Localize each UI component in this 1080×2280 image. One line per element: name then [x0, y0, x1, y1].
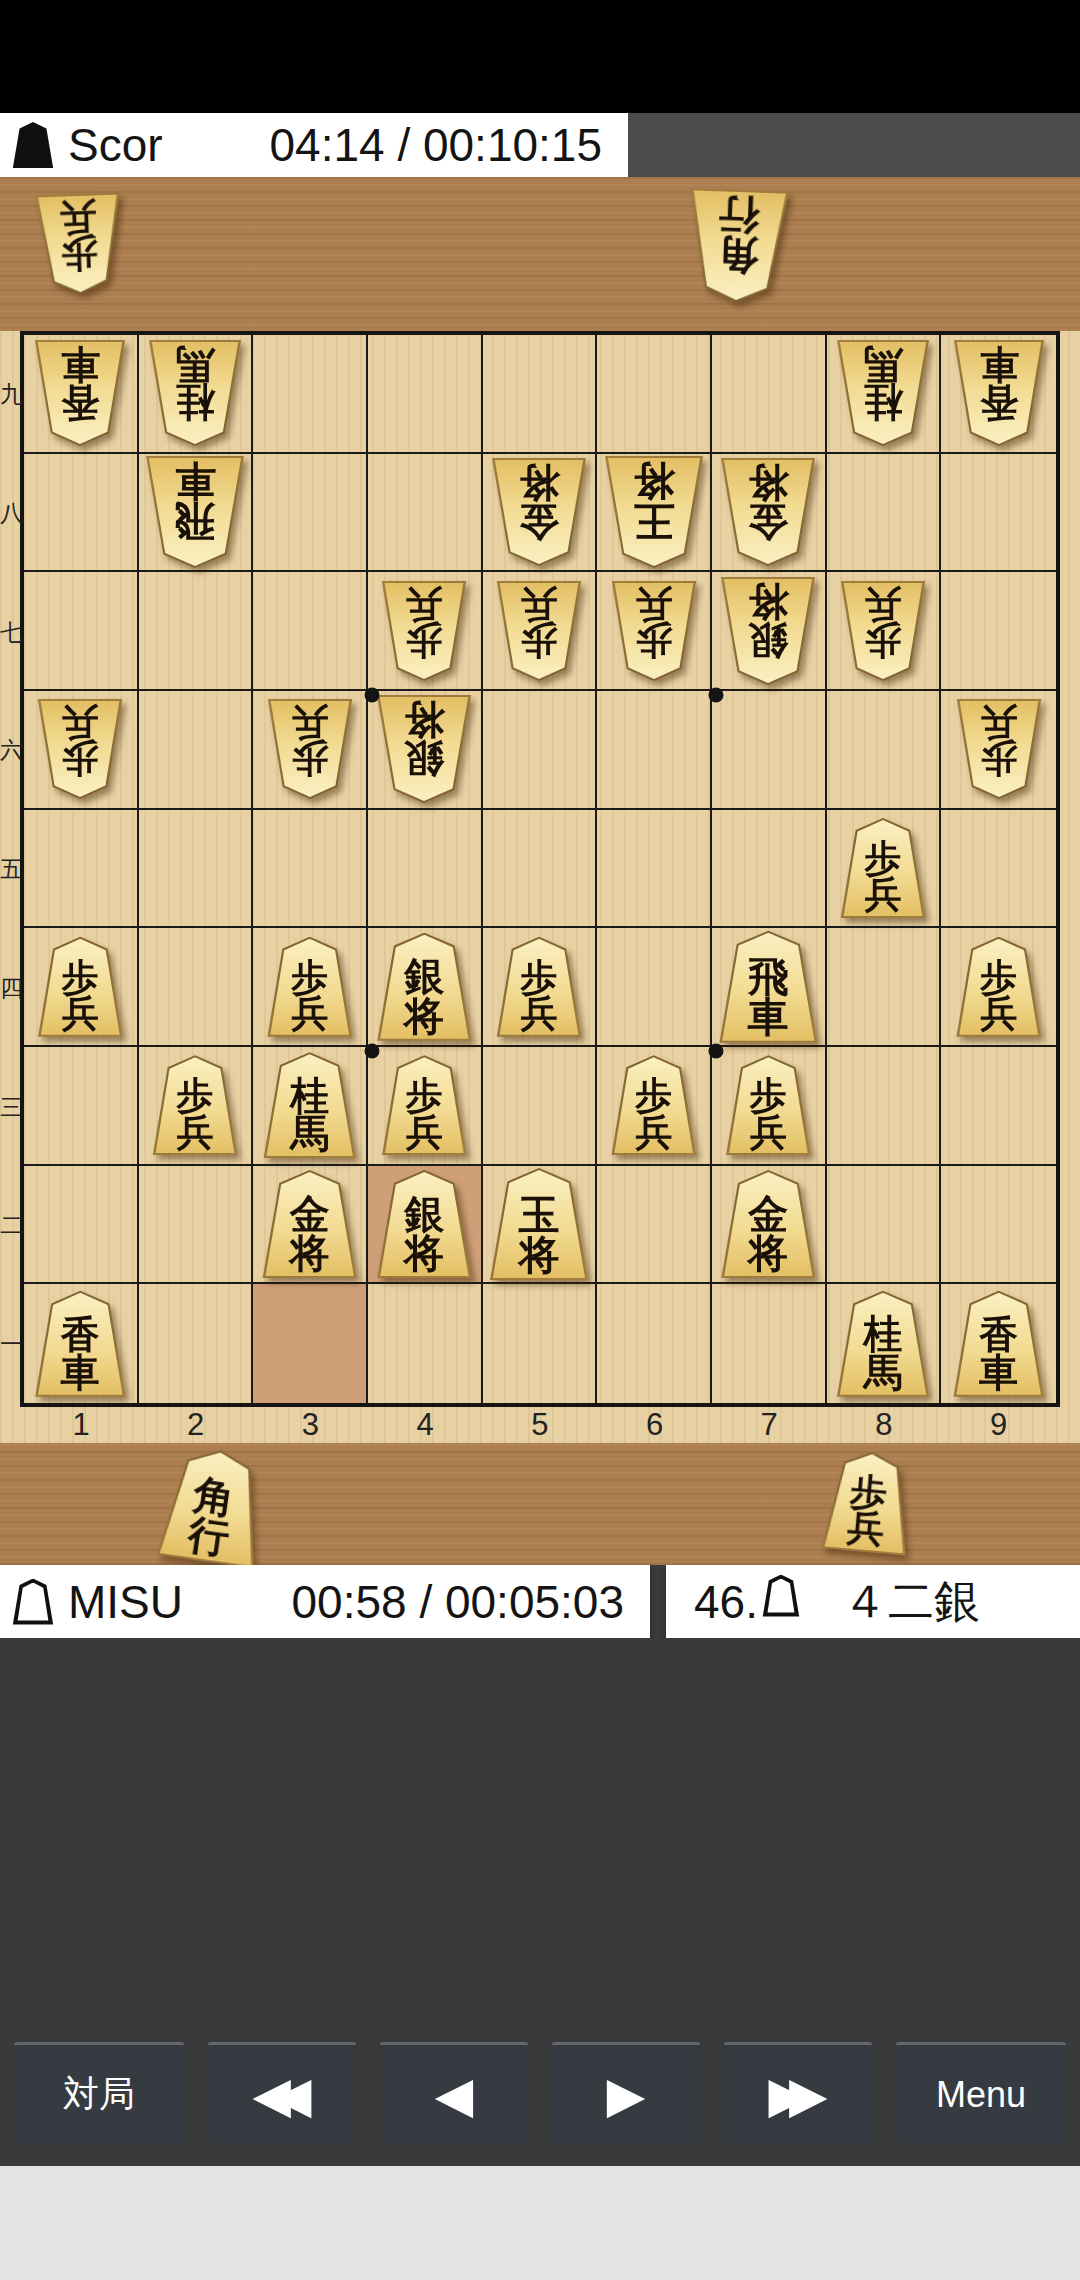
board-square[interactable] [253, 454, 368, 573]
file-label: 1 [24, 1407, 138, 1443]
board-square[interactable]: 銀将 [368, 1166, 483, 1285]
shogi-piece-bottom[interactable]: 歩兵 [266, 937, 354, 1037]
last-move-panel: 46. ４二銀 [666, 1565, 1080, 1638]
move-text: ４二銀 [842, 1571, 980, 1633]
board-square[interactable] [941, 810, 1056, 929]
shogi-piece-top[interactable]: 歩兵 [33, 192, 124, 295]
board-square[interactable]: 歩兵 [597, 1047, 712, 1166]
bottom-player-clock: 00:58 / 00:05:03 [291, 1575, 624, 1629]
bottom-hand-piece[interactable]: 角行 [155, 1443, 272, 1568]
board-square[interactable] [597, 1166, 712, 1285]
board-square[interactable] [597, 335, 712, 454]
shogi-piece-bottom[interactable]: 歩兵 [955, 937, 1043, 1037]
white-piece-icon [12, 1579, 54, 1625]
top-player-panel: Scor 04:14 / 00:10:15 [0, 113, 628, 177]
playback-controls: 対局◀◀◀▶▶▶Menu [0, 2042, 1080, 2144]
shogi-piece-bottom[interactable]: 歩兵 [610, 1055, 698, 1155]
board-square[interactable] [827, 928, 942, 1047]
shogi-piece-top[interactable]: 王将 [603, 456, 705, 568]
shogi-piece-top[interactable]: 桂馬 [147, 340, 243, 446]
step-forward-button[interactable]: ▶ [552, 2042, 700, 2144]
board-square[interactable]: 歩兵 [139, 1047, 254, 1166]
rank-label: 九 [0, 379, 20, 410]
board-square[interactable] [827, 1047, 942, 1166]
board-square[interactable] [827, 1166, 942, 1285]
shogi-board: 香車桂馬桂馬香車飛車金将王将金将歩兵歩兵歩兵銀将歩兵歩兵歩兵銀将歩兵歩兵歩兵歩兵… [20, 331, 1060, 1407]
black-piece-icon [12, 122, 54, 168]
board-square[interactable] [24, 572, 139, 691]
board-square[interactable]: 歩兵 [941, 691, 1056, 810]
board-square[interactable]: 香車 [24, 335, 139, 454]
shogi-piece-bottom[interactable]: 歩兵 [151, 1055, 239, 1155]
fast-rewind-button[interactable]: ◀◀ [208, 2042, 356, 2144]
shogi-piece-top[interactable]: 歩兵 [266, 699, 354, 799]
file-label: 6 [598, 1407, 712, 1443]
rank-label: 六 [0, 735, 20, 766]
shogi-piece-bottom[interactable]: 歩兵 [495, 937, 583, 1037]
bottom-strip [0, 2166, 1080, 2280]
board-square[interactable]: 歩兵 [597, 572, 712, 691]
shogi-piece-bottom[interactable]: 歩兵 [36, 937, 124, 1037]
board-square[interactable]: 香車 [24, 1284, 139, 1403]
top-player-name: Scor [68, 118, 163, 172]
board-square[interactable] [253, 810, 368, 929]
board-square[interactable]: 飛車 [139, 454, 254, 573]
board-square[interactable]: 歩兵 [483, 928, 598, 1047]
board-square[interactable]: 桂馬 [253, 1047, 368, 1166]
board-square[interactable] [827, 454, 942, 573]
step-back-button[interactable]: ◀ [380, 2042, 528, 2144]
bottom-player-name: MISU [68, 1575, 183, 1629]
board-square[interactable] [368, 335, 483, 454]
rank-label: 八 [0, 498, 20, 529]
shogi-app: Scor 04:14 / 00:10:15 歩兵 角行 角行 歩兵 香車桂馬桂馬… [0, 0, 1080, 2280]
board-square[interactable]: 銀将 [712, 572, 827, 691]
board-square[interactable] [368, 454, 483, 573]
board-square[interactable] [941, 1166, 1056, 1285]
shogi-piece-top[interactable]: 金将 [490, 458, 588, 566]
shogi-piece-top[interactable]: 歩兵 [36, 699, 124, 799]
board-square[interactable] [24, 810, 139, 929]
board-square[interactable] [941, 454, 1056, 573]
shogi-piece-bottom[interactable]: 歩兵 [839, 818, 927, 918]
board-square[interactable] [139, 572, 254, 691]
board-square[interactable]: 歩兵 [24, 691, 139, 810]
star-point [365, 1044, 380, 1059]
board-square[interactable] [139, 928, 254, 1047]
board-square[interactable]: 金将 [253, 1166, 368, 1285]
board-square[interactable]: 金将 [712, 1166, 827, 1285]
star-point [365, 688, 380, 703]
board-square[interactable]: 歩兵 [368, 572, 483, 691]
rank-label: 七 [0, 616, 20, 647]
shogi-piece-top[interactable]: 桂馬 [835, 340, 931, 446]
board-square[interactable] [139, 810, 254, 929]
board-square[interactable] [24, 454, 139, 573]
board-square[interactable]: 歩兵 [941, 928, 1056, 1047]
board-square[interactable] [597, 1284, 712, 1403]
board-square[interactable] [368, 1284, 483, 1403]
shogi-piece-top[interactable]: 歩兵 [839, 581, 927, 681]
file-label: 7 [712, 1407, 826, 1443]
board-square[interactable] [139, 1166, 254, 1285]
shogi-piece-bottom[interactable]: 歩兵 [380, 1055, 468, 1155]
board-square[interactable]: 歩兵 [483, 572, 598, 691]
board-square[interactable]: 香車 [941, 335, 1056, 454]
board-square[interactable] [597, 810, 712, 929]
top-hand-piece[interactable]: 角行 [685, 188, 791, 303]
board-square[interactable]: 歩兵 [253, 691, 368, 810]
board-square[interactable] [941, 572, 1056, 691]
rank-label: 三 [0, 1091, 20, 1122]
file-label: 5 [483, 1407, 597, 1443]
shogi-piece-top[interactable]: 歩兵 [610, 581, 698, 681]
board-square[interactable] [827, 691, 942, 810]
file-label: 4 [368, 1407, 482, 1443]
board-square[interactable]: 金将 [483, 454, 598, 573]
board-square[interactable] [712, 1284, 827, 1403]
file-label: 3 [253, 1407, 367, 1443]
rank-label: 一 [0, 1328, 20, 1359]
shogi-piece-top[interactable]: 香車 [33, 340, 127, 446]
shogi-piece-bottom[interactable]: 桂馬 [262, 1052, 358, 1158]
board-square[interactable]: 歩兵 [253, 928, 368, 1047]
rank-label: 二 [0, 1210, 20, 1241]
bottom-player-panel: MISU 00:58 / 00:05:03 [0, 1565, 650, 1638]
shogi-piece-bottom[interactable]: 角行 [155, 1443, 272, 1568]
board-square[interactable] [597, 928, 712, 1047]
top-player-clock: 04:14 / 00:10:15 [269, 118, 602, 172]
board-square[interactable] [483, 1047, 598, 1166]
shogi-piece-top[interactable]: 金将 [719, 458, 817, 566]
star-point [709, 1044, 724, 1059]
board-square[interactable]: 歩兵 [368, 1047, 483, 1166]
board-square[interactable] [483, 1284, 598, 1403]
game-button[interactable]: 対局 [14, 2042, 184, 2144]
board-square[interactable]: 飛車 [712, 928, 827, 1047]
board-square[interactable] [253, 1284, 368, 1403]
board-square[interactable]: 桂馬 [139, 335, 254, 454]
shogi-piece-bottom[interactable]: 香車 [952, 1291, 1046, 1397]
top-bar-filler [628, 113, 1080, 177]
menu-button[interactable]: Menu [896, 2042, 1066, 2144]
rank-label: 四 [0, 972, 20, 1003]
shogi-piece-bottom[interactable]: 銀将 [375, 933, 473, 1041]
board-square[interactable]: 桂馬 [827, 335, 942, 454]
board-square[interactable] [712, 335, 827, 454]
board-square[interactable] [139, 1284, 254, 1403]
board-square[interactable]: 金将 [712, 454, 827, 573]
shogi-piece-bottom[interactable]: 飛車 [717, 931, 819, 1043]
board-square[interactable] [368, 810, 483, 929]
board-square[interactable] [712, 810, 827, 929]
board-square[interactable] [712, 691, 827, 810]
fast-forward-button[interactable]: ▶▶ [724, 2042, 872, 2144]
board-square[interactable] [24, 1047, 139, 1166]
shogi-piece-top[interactable]: 香車 [952, 340, 1046, 446]
move-number: 46. [694, 1575, 758, 1629]
board-square[interactable] [139, 691, 254, 810]
board-square[interactable]: 歩兵 [827, 572, 942, 691]
board-square[interactable]: 歩兵 [24, 928, 139, 1047]
shogi-piece-top[interactable]: 歩兵 [955, 699, 1043, 799]
shogi-piece-bottom[interactable]: 桂馬 [835, 1291, 931, 1397]
white-move-icon [762, 1575, 800, 1617]
shogi-piece-top[interactable]: 歩兵 [380, 581, 468, 681]
board-square[interactable]: 香車 [941, 1284, 1056, 1403]
shogi-piece-bottom[interactable]: 金将 [719, 1170, 817, 1278]
shogi-piece-bottom[interactable]: 歩兵 [724, 1055, 812, 1155]
board-square[interactable] [597, 691, 712, 810]
bottom-hand-piece[interactable]: 歩兵 [820, 1448, 916, 1555]
file-label: 8 [827, 1407, 941, 1443]
board-square[interactable] [483, 335, 598, 454]
board-square[interactable]: 銀将 [368, 928, 483, 1047]
board-square[interactable] [941, 1047, 1056, 1166]
board-square[interactable]: 歩兵 [827, 810, 942, 929]
shogi-piece-bottom[interactable]: 玉将 [488, 1168, 590, 1280]
shogi-piece-top[interactable]: 銀将 [375, 695, 473, 803]
status-bar [0, 0, 1080, 113]
top-hand-piece[interactable]: 歩兵 [33, 192, 124, 295]
board-square[interactable]: 銀将 [368, 691, 483, 810]
star-point [709, 688, 724, 703]
shogi-piece-top[interactable]: 歩兵 [495, 581, 583, 681]
shogi-piece-bottom[interactable]: 銀将 [375, 1170, 473, 1278]
board-square[interactable] [483, 810, 598, 929]
board-square[interactable] [24, 1166, 139, 1285]
rank-label: 五 [0, 854, 20, 885]
top-player-bar: Scor 04:14 / 00:10:15 [0, 113, 1080, 177]
board-square[interactable] [253, 335, 368, 454]
board-square[interactable]: 歩兵 [712, 1047, 827, 1166]
shogi-piece-top[interactable]: 角行 [685, 188, 791, 303]
board-square[interactable]: 玉将 [483, 1166, 598, 1285]
file-label: 2 [139, 1407, 253, 1443]
shogi-piece-top[interactable]: 銀将 [719, 577, 817, 685]
board-square[interactable]: 桂馬 [827, 1284, 942, 1403]
shogi-piece-top[interactable]: 飛車 [144, 456, 246, 568]
shogi-piece-bottom[interactable]: 歩兵 [820, 1448, 916, 1555]
shogi-piece-bottom[interactable]: 金将 [261, 1170, 359, 1278]
file-label: 9 [942, 1407, 1056, 1443]
board-square[interactable] [253, 572, 368, 691]
board-square[interactable] [483, 691, 598, 810]
board-square[interactable]: 王将 [597, 454, 712, 573]
shogi-piece-bottom[interactable]: 香車 [33, 1291, 127, 1397]
